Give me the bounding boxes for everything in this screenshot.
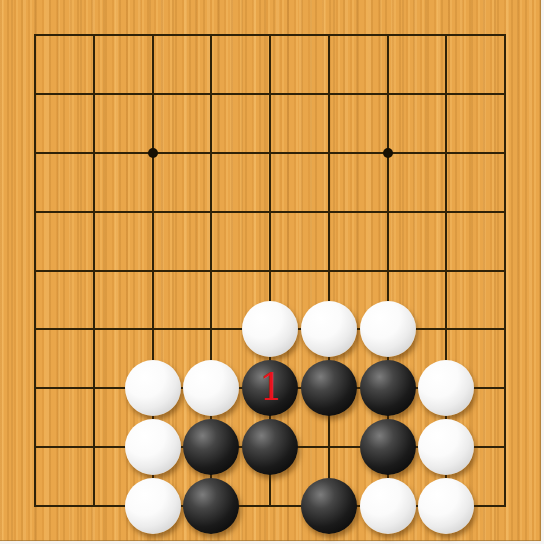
stone-white bbox=[418, 360, 474, 416]
board-surface[interactable]: 1 bbox=[0, 0, 541, 541]
move-number-label: 1 bbox=[259, 369, 283, 406]
stone-white bbox=[125, 360, 181, 416]
stone-black bbox=[183, 419, 239, 475]
stone-white bbox=[418, 419, 474, 475]
hoshi-point bbox=[148, 148, 158, 158]
stone-black: 1 bbox=[242, 360, 298, 416]
stone-black bbox=[301, 360, 357, 416]
stone-white bbox=[360, 301, 416, 357]
stone-black bbox=[301, 478, 357, 534]
stone-white bbox=[242, 301, 298, 357]
stone-white bbox=[125, 419, 181, 475]
stone-white bbox=[360, 478, 416, 534]
hoshi-point bbox=[383, 148, 393, 158]
grid-line-horizontal bbox=[34, 270, 506, 272]
go-board-screenshot: 1 bbox=[0, 0, 544, 544]
stone-black bbox=[360, 360, 416, 416]
grid-line-vertical bbox=[504, 34, 506, 507]
stone-black bbox=[360, 419, 416, 475]
stone-black bbox=[242, 419, 298, 475]
grid-line-vertical bbox=[328, 34, 330, 507]
stone-black bbox=[183, 478, 239, 534]
stone-white bbox=[183, 360, 239, 416]
stone-white bbox=[301, 301, 357, 357]
stone-white bbox=[418, 478, 474, 534]
stone-white bbox=[125, 478, 181, 534]
